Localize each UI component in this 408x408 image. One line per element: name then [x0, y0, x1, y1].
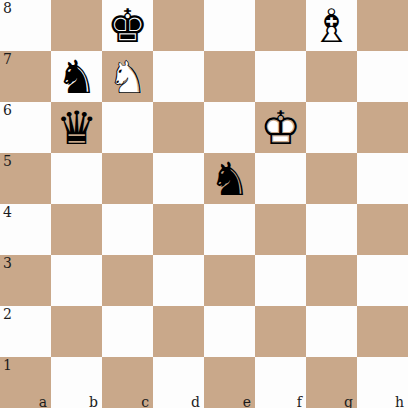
square-e1[interactable]: e [204, 357, 255, 408]
rank-label-1: 1 [3, 357, 12, 373]
square-b8[interactable] [51, 0, 102, 51]
square-a4[interactable]: 4 [0, 204, 51, 255]
square-g6[interactable] [306, 102, 357, 153]
piece-white-bishop-g8[interactable]: ♝♗ [306, 0, 357, 51]
square-a5[interactable]: 5 [0, 153, 51, 204]
square-c6[interactable] [102, 102, 153, 153]
square-b4[interactable] [51, 204, 102, 255]
square-h7[interactable] [357, 51, 408, 102]
square-a8[interactable]: 8 [0, 0, 51, 51]
square-d6[interactable] [153, 102, 204, 153]
square-f8[interactable] [255, 0, 306, 51]
square-h4[interactable] [357, 204, 408, 255]
rank-label-6: 6 [3, 102, 12, 118]
square-d3[interactable] [153, 255, 204, 306]
square-g8[interactable]: ♝♗ [306, 0, 357, 51]
white-bishop-icon: ♗ [306, 0, 357, 51]
square-c4[interactable] [102, 204, 153, 255]
square-b1[interactable]: b [51, 357, 102, 408]
rank-label-2: 2 [3, 306, 12, 322]
square-d4[interactable] [153, 204, 204, 255]
square-e7[interactable] [204, 51, 255, 102]
square-c8[interactable]: ♚ [102, 0, 153, 51]
square-d8[interactable] [153, 0, 204, 51]
square-d2[interactable] [153, 306, 204, 357]
square-e4[interactable] [204, 204, 255, 255]
square-b3[interactable] [51, 255, 102, 306]
square-h1[interactable]: h [357, 357, 408, 408]
chess-board: 8♚♝♗7♞♞♘6♛♚♔5♞4321abcdefgh [0, 0, 408, 408]
black-knight-icon: ♞ [204, 153, 255, 204]
square-c2[interactable] [102, 306, 153, 357]
square-h8[interactable] [357, 0, 408, 51]
square-e5[interactable]: ♞ [204, 153, 255, 204]
square-c7[interactable]: ♞♘ [102, 51, 153, 102]
square-h3[interactable] [357, 255, 408, 306]
square-f7[interactable] [255, 51, 306, 102]
square-e8[interactable] [204, 0, 255, 51]
square-g1[interactable]: g [306, 357, 357, 408]
square-g7[interactable] [306, 51, 357, 102]
rank-label-3: 3 [3, 255, 12, 271]
square-a6[interactable]: 6 [0, 102, 51, 153]
square-h6[interactable] [357, 102, 408, 153]
square-f2[interactable] [255, 306, 306, 357]
piece-white-knight-c7[interactable]: ♞♘ [102, 51, 153, 102]
black-knight-icon: ♞ [51, 51, 102, 102]
piece-black-knight-b7[interactable]: ♞ [51, 51, 102, 102]
square-e2[interactable] [204, 306, 255, 357]
square-e3[interactable] [204, 255, 255, 306]
piece-black-king-c8[interactable]: ♚ [102, 0, 153, 51]
square-b6[interactable]: ♛ [51, 102, 102, 153]
file-label-e: e [243, 394, 251, 408]
file-label-c: c [141, 394, 149, 408]
square-c3[interactable] [102, 255, 153, 306]
square-f6[interactable]: ♚♔ [255, 102, 306, 153]
square-d5[interactable] [153, 153, 204, 204]
square-a7[interactable]: 7 [0, 51, 51, 102]
rank-label-4: 4 [3, 204, 12, 220]
piece-black-knight-e5[interactable]: ♞ [204, 153, 255, 204]
white-king-icon: ♔ [255, 102, 306, 153]
square-g3[interactable] [306, 255, 357, 306]
square-a1[interactable]: 1a [0, 357, 51, 408]
square-f5[interactable] [255, 153, 306, 204]
file-label-g: g [344, 394, 353, 408]
file-label-d: d [191, 394, 200, 408]
piece-white-king-f6[interactable]: ♚♔ [255, 102, 306, 153]
file-label-f: f [297, 394, 302, 408]
file-label-a: a [39, 394, 47, 408]
rank-label-5: 5 [3, 153, 12, 169]
square-e6[interactable] [204, 102, 255, 153]
square-f3[interactable] [255, 255, 306, 306]
square-h2[interactable] [357, 306, 408, 357]
square-b5[interactable] [51, 153, 102, 204]
black-queen-icon: ♛ [51, 102, 102, 153]
square-b7[interactable]: ♞ [51, 51, 102, 102]
file-label-h: h [395, 394, 404, 408]
square-h5[interactable] [357, 153, 408, 204]
white-knight-icon: ♘ [102, 51, 153, 102]
square-a2[interactable]: 2 [0, 306, 51, 357]
square-d1[interactable]: d [153, 357, 204, 408]
square-a3[interactable]: 3 [0, 255, 51, 306]
square-c1[interactable]: c [102, 357, 153, 408]
square-d7[interactable] [153, 51, 204, 102]
piece-black-queen-b6[interactable]: ♛ [51, 102, 102, 153]
rank-label-8: 8 [3, 0, 12, 16]
square-g2[interactable] [306, 306, 357, 357]
square-g5[interactable] [306, 153, 357, 204]
square-b2[interactable] [51, 306, 102, 357]
square-g4[interactable] [306, 204, 357, 255]
rank-label-7: 7 [3, 51, 12, 67]
square-f4[interactable] [255, 204, 306, 255]
square-c5[interactable] [102, 153, 153, 204]
black-king-icon: ♚ [102, 0, 153, 51]
square-f1[interactable]: f [255, 357, 306, 408]
file-label-b: b [89, 394, 98, 408]
